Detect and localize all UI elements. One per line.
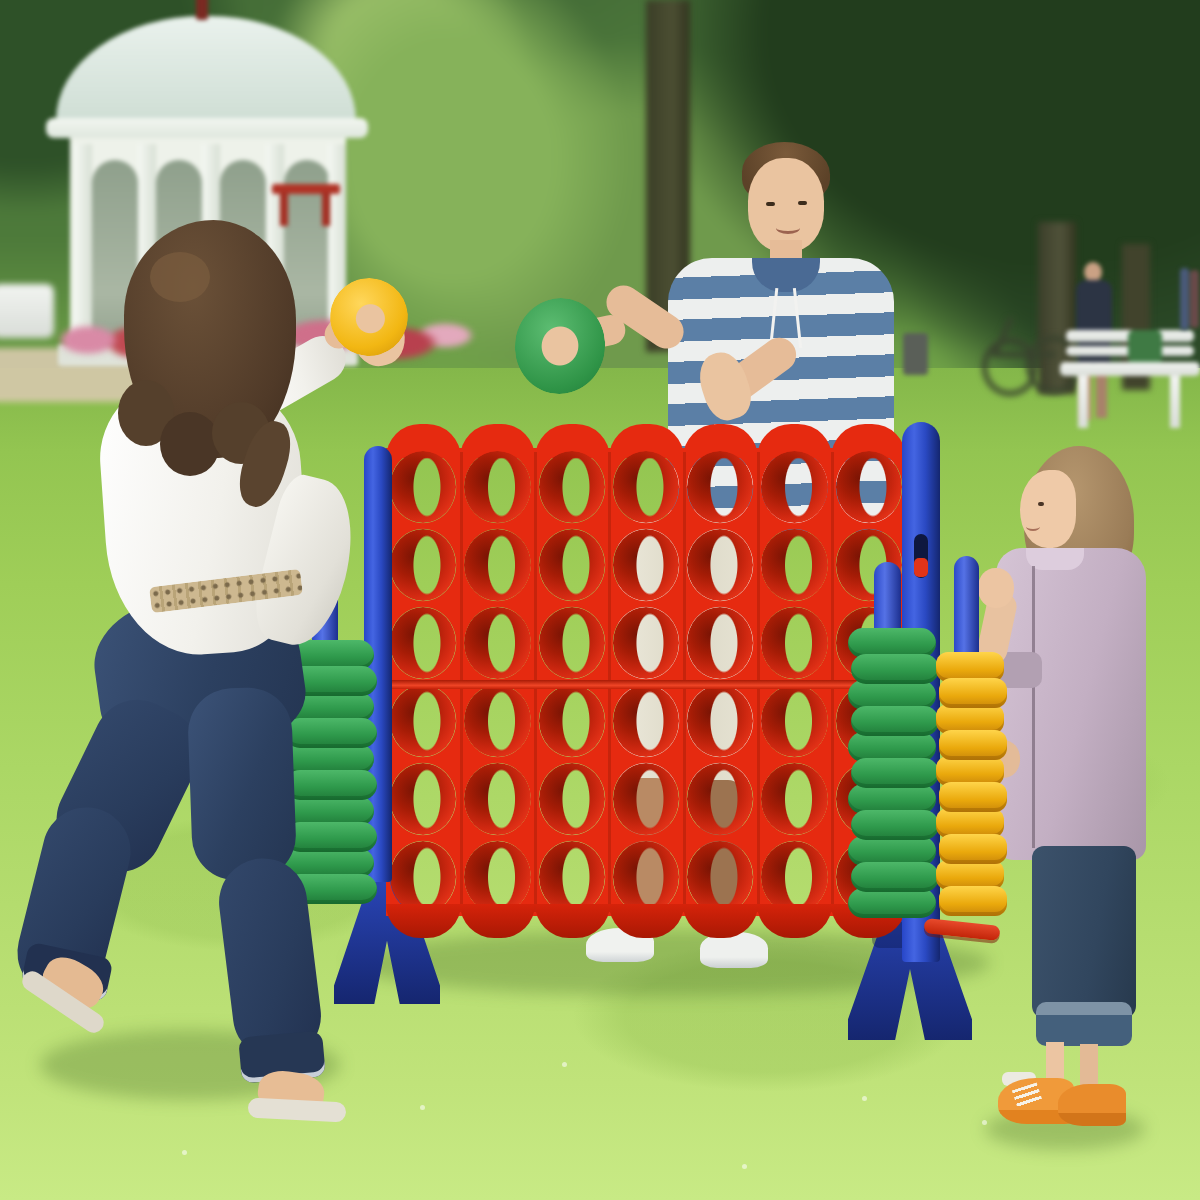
- cell-r3c4: [609, 604, 683, 682]
- hole-funnel: [613, 841, 679, 913]
- board-mid-seam: [386, 680, 906, 689]
- gazebo-finial: [196, 0, 208, 20]
- child-rolled-cuff: [1036, 1002, 1132, 1046]
- bench-leg: [1078, 376, 1088, 428]
- hole-funnel: [761, 451, 827, 523]
- woman-hair-curl: [160, 412, 220, 476]
- hole-funnel: [539, 529, 605, 601]
- walker-figure: [1190, 270, 1199, 328]
- daisy: [742, 1164, 747, 1169]
- cell-r1c5: [683, 448, 757, 526]
- hole-funnel: [613, 763, 679, 835]
- cell-r3c1: [386, 604, 460, 682]
- cell-r2c5: [683, 526, 757, 604]
- cell-r5c2: [460, 760, 534, 838]
- hole-funnel: [464, 841, 530, 913]
- hole-funnel: [836, 451, 902, 523]
- daisy: [420, 1105, 425, 1110]
- hole-funnel: [390, 529, 456, 601]
- hole-funnel: [390, 607, 456, 679]
- child-jeans: [1032, 846, 1136, 1018]
- green-ring: [285, 718, 377, 748]
- right-green-ring-stack: [846, 628, 938, 918]
- gazebo-eave: [46, 118, 368, 138]
- yellow-ring: [939, 730, 1007, 760]
- hole-funnel: [687, 451, 753, 523]
- cell-r1c4: [609, 448, 683, 526]
- daisy: [562, 1062, 567, 1067]
- hole-funnel: [390, 685, 456, 757]
- cell-r4c3: [535, 682, 609, 760]
- trash-can: [903, 333, 928, 375]
- hole-funnel: [687, 763, 753, 835]
- woman-hair-highlight: [150, 252, 210, 302]
- child-shirt: [996, 548, 1146, 860]
- green-ring: [851, 810, 939, 840]
- bench-leg: [1170, 376, 1180, 428]
- gazebo-roof: [56, 16, 356, 132]
- man-eye: [766, 202, 775, 206]
- cell-r5c3: [535, 760, 609, 838]
- hole-funnel: [464, 607, 530, 679]
- cell-r1c6: [757, 448, 831, 526]
- cell-r1c1: [386, 448, 460, 526]
- hole-funnel: [539, 763, 605, 835]
- hole-funnel: [613, 607, 679, 679]
- yellow-ring: [939, 782, 1007, 812]
- green-ring: [848, 888, 936, 918]
- hole-funnel: [761, 841, 827, 913]
- child-face: [1020, 470, 1076, 548]
- hole-funnel: [390, 451, 456, 523]
- hole-funnel: [613, 529, 679, 601]
- cell-r3c5: [683, 604, 757, 682]
- cell-r4c5: [683, 682, 757, 760]
- child-eye: [1038, 502, 1044, 506]
- background-walkers-far-right: [1180, 264, 1200, 348]
- cell-r5c4: [609, 760, 683, 838]
- cell-r1c2: [460, 448, 534, 526]
- red-slider-knob: [914, 558, 928, 577]
- hole-funnel: [761, 763, 827, 835]
- man-smile: [776, 222, 800, 234]
- cell-r4c4: [609, 682, 683, 760]
- yellow-ring: [939, 678, 1007, 708]
- hole-funnel: [390, 841, 456, 913]
- yellow-ring: [939, 834, 1007, 864]
- daisy: [182, 1150, 187, 1155]
- cell-r3c6: [757, 604, 831, 682]
- cell-r4c2: [460, 682, 534, 760]
- hole-funnel: [687, 607, 753, 679]
- park-bench: [1058, 328, 1200, 430]
- daisy: [862, 1096, 867, 1101]
- hole-funnel: [464, 529, 530, 601]
- hole-funnel: [464, 451, 530, 523]
- cell-r2c4: [609, 526, 683, 604]
- hole-funnel: [539, 451, 605, 523]
- child-button-placket: [1032, 566, 1035, 848]
- cell-r5c1: [386, 760, 460, 838]
- torii-leg: [280, 192, 288, 226]
- hole-funnel: [687, 685, 753, 757]
- woman-front-thigh: [187, 686, 298, 882]
- cell-r1c7: [832, 448, 906, 526]
- green-ring: [851, 654, 939, 684]
- man-face: [748, 158, 824, 252]
- green-ring: [851, 706, 939, 736]
- hole-funnel: [761, 529, 827, 601]
- child-orange-sneaker: [1058, 1084, 1126, 1126]
- walker-figure: [1180, 268, 1189, 330]
- torii-structure: [272, 184, 340, 226]
- green-ring: [851, 862, 939, 892]
- hole-funnel: [613, 685, 679, 757]
- cell-r1c3: [535, 448, 609, 526]
- child-smile: [1026, 522, 1040, 531]
- hole-funnel: [687, 529, 753, 601]
- cell-r4c1: [386, 682, 460, 760]
- hole-funnel: [761, 607, 827, 679]
- left-bench: [0, 284, 54, 338]
- child-raised-fist: [978, 568, 1014, 608]
- green-ring: [851, 758, 939, 788]
- bench-seat: [1060, 362, 1200, 376]
- man-eye: [798, 201, 807, 205]
- green-ring: [285, 822, 377, 852]
- hole-funnel: [687, 841, 753, 913]
- hole-funnel: [539, 685, 605, 757]
- cell-r5c5: [683, 760, 757, 838]
- daisy: [982, 1120, 987, 1125]
- hole-funnel: [464, 763, 530, 835]
- hole-funnel: [539, 841, 605, 913]
- cell-r3c3: [535, 604, 609, 682]
- hole-funnel: [761, 685, 827, 757]
- torii-leg: [322, 192, 330, 226]
- green-ring: [285, 770, 377, 800]
- cell-r2c3: [535, 526, 609, 604]
- cell-r4c6: [757, 682, 831, 760]
- hole-funnel: [613, 451, 679, 523]
- cell-r2c1: [386, 526, 460, 604]
- yellow-ring: [939, 886, 1007, 916]
- cell-r2c6: [757, 526, 831, 604]
- park-connect-four-photo: [0, 0, 1200, 1200]
- walker-head: [1084, 262, 1102, 282]
- cell-r5c6: [757, 760, 831, 838]
- hole-funnel: [464, 685, 530, 757]
- hole-funnel: [390, 763, 456, 835]
- cell-r2c2: [460, 526, 534, 604]
- bench-bag: [1128, 330, 1162, 364]
- child-ankle: [1080, 1044, 1098, 1088]
- yellow-ring-stack: [934, 652, 1006, 916]
- cell-r3c2: [460, 604, 534, 682]
- hole-funnel: [539, 607, 605, 679]
